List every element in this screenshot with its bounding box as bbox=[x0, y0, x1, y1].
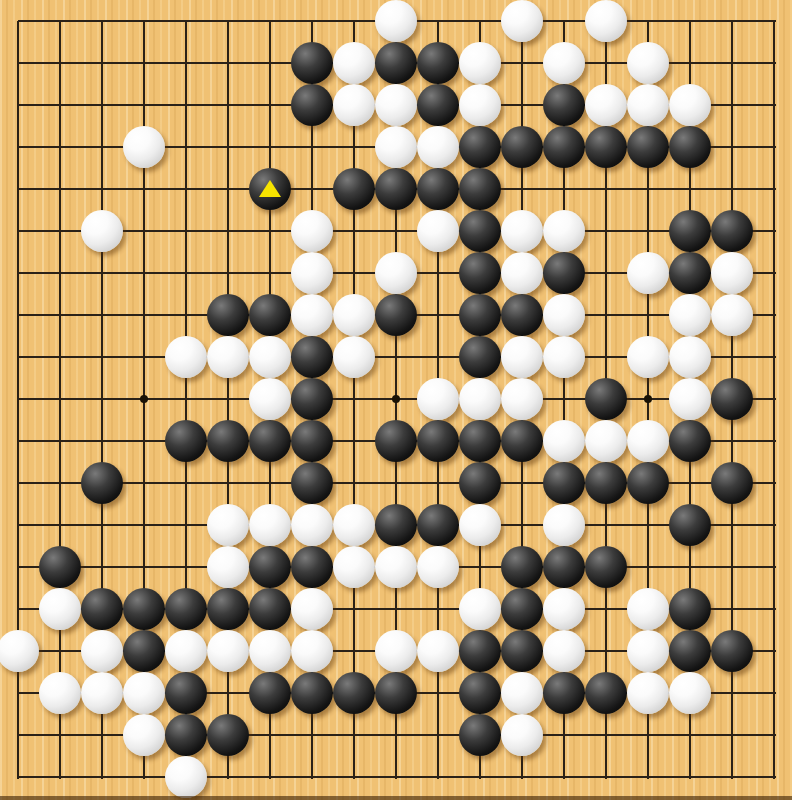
black-stone-O13[interactable] bbox=[543, 252, 585, 294]
white-stone-M7[interactable] bbox=[459, 504, 501, 546]
black-stone-F2[interactable] bbox=[207, 714, 249, 756]
black-stone-O8[interactable] bbox=[543, 462, 585, 504]
black-stone-G5[interactable] bbox=[249, 588, 291, 630]
white-stone-P19[interactable] bbox=[585, 0, 627, 42]
white-stone-K4[interactable] bbox=[375, 630, 417, 672]
grid-line-horizontal-18 bbox=[18, 776, 776, 778]
black-stone-C5[interactable] bbox=[81, 588, 123, 630]
black-stone-M13[interactable] bbox=[459, 252, 501, 294]
black-stone-E9[interactable] bbox=[165, 420, 207, 462]
white-stone-O7[interactable] bbox=[543, 504, 585, 546]
white-stone-R3[interactable] bbox=[669, 672, 711, 714]
white-stone-H5[interactable] bbox=[291, 588, 333, 630]
white-stone-Q5[interactable] bbox=[627, 588, 669, 630]
grid-line-vertical-8 bbox=[353, 21, 355, 779]
black-stone-L18[interactable] bbox=[417, 42, 459, 84]
black-stone-E3[interactable] bbox=[165, 672, 207, 714]
white-stone-K16[interactable] bbox=[375, 126, 417, 168]
white-stone-H14[interactable] bbox=[291, 210, 333, 252]
white-stone-M17[interactable] bbox=[459, 84, 501, 126]
white-stone-P17[interactable] bbox=[585, 84, 627, 126]
black-stone-K15[interactable] bbox=[375, 168, 417, 210]
white-stone-Q17[interactable] bbox=[627, 84, 669, 126]
white-stone-E4[interactable] bbox=[165, 630, 207, 672]
white-stone-C14[interactable] bbox=[81, 210, 123, 252]
black-stone-R14[interactable] bbox=[669, 210, 711, 252]
black-stone-P10[interactable] bbox=[585, 378, 627, 420]
white-stone-B3[interactable] bbox=[39, 672, 81, 714]
black-stone-P8[interactable] bbox=[585, 462, 627, 504]
black-stone-R5[interactable] bbox=[669, 588, 711, 630]
black-stone-R16[interactable] bbox=[669, 126, 711, 168]
black-stone-K7[interactable] bbox=[375, 504, 417, 546]
black-stone-H3[interactable] bbox=[291, 672, 333, 714]
white-stone-R11[interactable] bbox=[669, 336, 711, 378]
white-stone-G4[interactable] bbox=[249, 630, 291, 672]
black-stone-F5[interactable] bbox=[207, 588, 249, 630]
star-point-D10 bbox=[140, 395, 148, 403]
black-stone-P16[interactable] bbox=[585, 126, 627, 168]
black-stone-P3[interactable] bbox=[585, 672, 627, 714]
black-stone-J3[interactable] bbox=[333, 672, 375, 714]
white-stone-S12[interactable] bbox=[711, 294, 753, 336]
black-stone-H11[interactable] bbox=[291, 336, 333, 378]
black-stone-N4[interactable] bbox=[501, 630, 543, 672]
black-stone-M3[interactable] bbox=[459, 672, 501, 714]
star-point-Q10 bbox=[644, 395, 652, 403]
white-stone-M10[interactable] bbox=[459, 378, 501, 420]
white-stone-L4[interactable] bbox=[417, 630, 459, 672]
white-stone-D3[interactable] bbox=[123, 672, 165, 714]
black-stone-K3[interactable] bbox=[375, 672, 417, 714]
black-stone-H8[interactable] bbox=[291, 462, 333, 504]
black-stone-M14[interactable] bbox=[459, 210, 501, 252]
white-stone-N14[interactable] bbox=[501, 210, 543, 252]
white-stone-G11[interactable] bbox=[249, 336, 291, 378]
white-stone-J6[interactable] bbox=[333, 546, 375, 588]
black-stone-N12[interactable] bbox=[501, 294, 543, 336]
white-stone-C4[interactable] bbox=[81, 630, 123, 672]
black-stone-D4[interactable] bbox=[123, 630, 165, 672]
white-stone-J12[interactable] bbox=[333, 294, 375, 336]
white-stone-N10[interactable] bbox=[501, 378, 543, 420]
black-stone-N9[interactable] bbox=[501, 420, 543, 462]
grid-line-vertical-1 bbox=[59, 21, 61, 779]
grid-line-horizontal-5 bbox=[18, 230, 776, 232]
black-stone-E5[interactable] bbox=[165, 588, 207, 630]
white-stone-Q11[interactable] bbox=[627, 336, 669, 378]
white-stone-K13[interactable] bbox=[375, 252, 417, 294]
black-stone-M2[interactable] bbox=[459, 714, 501, 756]
black-stone-G15[interactable] bbox=[249, 168, 291, 210]
black-stone-G6[interactable] bbox=[249, 546, 291, 588]
black-stone-L7[interactable] bbox=[417, 504, 459, 546]
black-stone-O3[interactable] bbox=[543, 672, 585, 714]
black-stone-D5[interactable] bbox=[123, 588, 165, 630]
white-stone-M18[interactable] bbox=[459, 42, 501, 84]
white-stone-R17[interactable] bbox=[669, 84, 711, 126]
black-stone-N16[interactable] bbox=[501, 126, 543, 168]
white-stone-H13[interactable] bbox=[291, 252, 333, 294]
black-stone-R7[interactable] bbox=[669, 504, 711, 546]
black-stone-Q8[interactable] bbox=[627, 462, 669, 504]
white-stone-O9[interactable] bbox=[543, 420, 585, 462]
white-stone-N19[interactable] bbox=[501, 0, 543, 42]
black-stone-G12[interactable] bbox=[249, 294, 291, 336]
black-stone-S8[interactable] bbox=[711, 462, 753, 504]
black-stone-H17[interactable] bbox=[291, 84, 333, 126]
black-stone-Q16[interactable] bbox=[627, 126, 669, 168]
black-stone-S10[interactable] bbox=[711, 378, 753, 420]
white-stone-K17[interactable] bbox=[375, 84, 417, 126]
white-stone-D2[interactable] bbox=[123, 714, 165, 756]
black-stone-K12[interactable] bbox=[375, 294, 417, 336]
white-stone-K19[interactable] bbox=[375, 0, 417, 42]
white-stone-Q3[interactable] bbox=[627, 672, 669, 714]
white-stone-O14[interactable] bbox=[543, 210, 585, 252]
white-stone-N3[interactable] bbox=[501, 672, 543, 714]
black-stone-C8[interactable] bbox=[81, 462, 123, 504]
black-stone-O16[interactable] bbox=[543, 126, 585, 168]
black-stone-R13[interactable] bbox=[669, 252, 711, 294]
white-stone-L10[interactable] bbox=[417, 378, 459, 420]
white-stone-E11[interactable] bbox=[165, 336, 207, 378]
black-stone-L9[interactable] bbox=[417, 420, 459, 462]
white-stone-F4[interactable] bbox=[207, 630, 249, 672]
white-stone-J7[interactable] bbox=[333, 504, 375, 546]
white-stone-J11[interactable] bbox=[333, 336, 375, 378]
white-stone-O12[interactable] bbox=[543, 294, 585, 336]
white-stone-Q4[interactable] bbox=[627, 630, 669, 672]
white-stone-O5[interactable] bbox=[543, 588, 585, 630]
black-stone-F9[interactable] bbox=[207, 420, 249, 462]
white-stone-S13[interactable] bbox=[711, 252, 753, 294]
white-stone-G10[interactable] bbox=[249, 378, 291, 420]
white-stone-O4[interactable] bbox=[543, 630, 585, 672]
white-stone-O11[interactable] bbox=[543, 336, 585, 378]
white-stone-F11[interactable] bbox=[207, 336, 249, 378]
black-stone-M12[interactable] bbox=[459, 294, 501, 336]
black-stone-J15[interactable] bbox=[333, 168, 375, 210]
white-stone-J18[interactable] bbox=[333, 42, 375, 84]
white-stone-R10[interactable] bbox=[669, 378, 711, 420]
star-point-K10 bbox=[392, 395, 400, 403]
black-stone-O17[interactable] bbox=[543, 84, 585, 126]
black-stone-B6[interactable] bbox=[39, 546, 81, 588]
black-stone-K9[interactable] bbox=[375, 420, 417, 462]
black-stone-N6[interactable] bbox=[501, 546, 543, 588]
white-stone-D16[interactable] bbox=[123, 126, 165, 168]
black-stone-F12[interactable] bbox=[207, 294, 249, 336]
black-stone-L17[interactable] bbox=[417, 84, 459, 126]
white-stone-N11[interactable] bbox=[501, 336, 543, 378]
white-stone-L6[interactable] bbox=[417, 546, 459, 588]
black-stone-H9[interactable] bbox=[291, 420, 333, 462]
last-move-triangle-marker bbox=[259, 180, 281, 197]
white-stone-P9[interactable] bbox=[585, 420, 627, 462]
white-stone-Q18[interactable] bbox=[627, 42, 669, 84]
black-stone-M11[interactable] bbox=[459, 336, 501, 378]
white-stone-Q13[interactable] bbox=[627, 252, 669, 294]
black-stone-M8[interactable] bbox=[459, 462, 501, 504]
black-stone-G9[interactable] bbox=[249, 420, 291, 462]
black-stone-H18[interactable] bbox=[291, 42, 333, 84]
white-stone-H7[interactable] bbox=[291, 504, 333, 546]
black-stone-P6[interactable] bbox=[585, 546, 627, 588]
black-stone-R9[interactable] bbox=[669, 420, 711, 462]
screenshot-stage bbox=[0, 0, 792, 800]
black-stone-H10[interactable] bbox=[291, 378, 333, 420]
white-stone-L16[interactable] bbox=[417, 126, 459, 168]
black-stone-S4[interactable] bbox=[711, 630, 753, 672]
black-stone-G3[interactable] bbox=[249, 672, 291, 714]
go-board[interactable] bbox=[0, 0, 792, 800]
white-stone-N13[interactable] bbox=[501, 252, 543, 294]
white-stone-H4[interactable] bbox=[291, 630, 333, 672]
white-stone-H12[interactable] bbox=[291, 294, 333, 336]
white-stone-N2[interactable] bbox=[501, 714, 543, 756]
black-stone-H6[interactable] bbox=[291, 546, 333, 588]
white-stone-F6[interactable] bbox=[207, 546, 249, 588]
black-stone-M9[interactable] bbox=[459, 420, 501, 462]
white-stone-E1[interactable] bbox=[165, 756, 207, 798]
black-stone-M15[interactable] bbox=[459, 168, 501, 210]
white-stone-O18[interactable] bbox=[543, 42, 585, 84]
white-stone-L14[interactable] bbox=[417, 210, 459, 252]
black-stone-M16[interactable] bbox=[459, 126, 501, 168]
white-stone-G7[interactable] bbox=[249, 504, 291, 546]
grid-line-vertical-18 bbox=[773, 21, 775, 779]
white-stone-K6[interactable] bbox=[375, 546, 417, 588]
white-stone-C3[interactable] bbox=[81, 672, 123, 714]
white-stone-A4[interactable] bbox=[0, 630, 39, 672]
black-stone-K18[interactable] bbox=[375, 42, 417, 84]
white-stone-Q9[interactable] bbox=[627, 420, 669, 462]
white-stone-J17[interactable] bbox=[333, 84, 375, 126]
white-stone-F7[interactable] bbox=[207, 504, 249, 546]
black-stone-N5[interactable] bbox=[501, 588, 543, 630]
black-stone-S14[interactable] bbox=[711, 210, 753, 252]
black-stone-M4[interactable] bbox=[459, 630, 501, 672]
white-stone-M5[interactable] bbox=[459, 588, 501, 630]
black-stone-E2[interactable] bbox=[165, 714, 207, 756]
white-stone-B5[interactable] bbox=[39, 588, 81, 630]
black-stone-L15[interactable] bbox=[417, 168, 459, 210]
black-stone-R4[interactable] bbox=[669, 630, 711, 672]
black-stone-O6[interactable] bbox=[543, 546, 585, 588]
white-stone-R12[interactable] bbox=[669, 294, 711, 336]
